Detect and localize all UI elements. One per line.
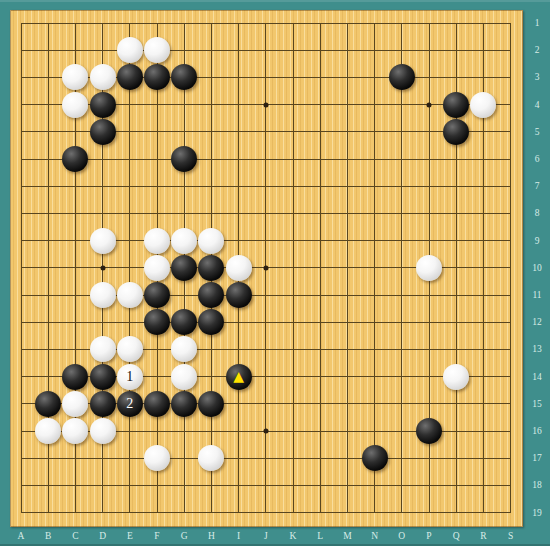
grid-line-vertical xyxy=(293,23,294,514)
black-stone xyxy=(171,391,197,417)
white-stone xyxy=(35,418,61,444)
hoshi-point xyxy=(100,265,105,270)
row-label: 9 xyxy=(535,236,540,246)
grid-line-horizontal xyxy=(21,485,512,486)
row-label: 19 xyxy=(532,508,542,518)
column-label: B xyxy=(45,531,51,541)
column-label: A xyxy=(18,531,25,541)
black-stone xyxy=(144,282,170,308)
column-label: M xyxy=(343,531,351,541)
row-label: 17 xyxy=(532,453,542,463)
white-stone xyxy=(443,364,469,390)
black-stone xyxy=(443,119,469,145)
move-number-label: 1 xyxy=(126,370,133,384)
row-label: 8 xyxy=(535,208,540,218)
goban-frame: 1▲2 ABCDEFGHIJKLMNOPQRS 1234567891011121… xyxy=(0,0,550,546)
row-label: 15 xyxy=(532,399,542,409)
hoshi-point xyxy=(263,265,268,270)
column-label: C xyxy=(72,531,78,541)
triangle-mark-icon: ▲ xyxy=(233,369,244,383)
white-stone xyxy=(171,336,197,362)
white-stone xyxy=(90,228,116,254)
move-number-label: 2 xyxy=(126,397,133,411)
grid-line-vertical xyxy=(320,23,321,514)
go-board[interactable]: 1▲2 xyxy=(0,0,550,546)
black-stone xyxy=(90,391,116,417)
black-stone xyxy=(35,391,61,417)
black-stone xyxy=(144,64,170,90)
row-label: 2 xyxy=(535,45,540,55)
white-stone xyxy=(171,228,197,254)
row-label: 18 xyxy=(532,480,542,490)
black-stone xyxy=(171,309,197,335)
white-stone xyxy=(62,64,88,90)
white-stone xyxy=(416,255,442,281)
column-label: F xyxy=(154,531,159,541)
row-label: 11 xyxy=(532,290,541,300)
column-label: L xyxy=(317,531,323,541)
black-stone xyxy=(171,255,197,281)
hoshi-point xyxy=(263,429,268,434)
row-label: 16 xyxy=(532,426,542,436)
row-label: 7 xyxy=(535,181,540,191)
column-label: J xyxy=(264,531,268,541)
black-stone xyxy=(198,309,224,335)
white-stone xyxy=(117,282,143,308)
hoshi-point xyxy=(263,102,268,107)
black-stone: ▲ xyxy=(226,364,252,390)
black-stone xyxy=(416,418,442,444)
hoshi-point xyxy=(427,102,432,107)
row-label: 1 xyxy=(535,18,540,28)
white-stone xyxy=(90,282,116,308)
black-stone xyxy=(144,391,170,417)
black-stone xyxy=(171,64,197,90)
white-stone: 1 xyxy=(117,364,143,390)
column-label: O xyxy=(398,531,405,541)
white-stone xyxy=(62,418,88,444)
black-stone xyxy=(389,64,415,90)
white-stone xyxy=(62,92,88,118)
black-stone xyxy=(62,146,88,172)
row-label: 14 xyxy=(532,372,542,382)
black-stone xyxy=(117,64,143,90)
white-stone xyxy=(144,228,170,254)
column-label: K xyxy=(290,531,297,541)
column-label: P xyxy=(426,531,431,541)
column-label: G xyxy=(181,531,188,541)
white-stone xyxy=(90,64,116,90)
column-label: S xyxy=(508,531,513,541)
black-stone xyxy=(90,119,116,145)
black-stone xyxy=(62,364,88,390)
white-stone xyxy=(144,255,170,281)
white-stone xyxy=(198,228,224,254)
white-stone xyxy=(90,418,116,444)
row-label: 10 xyxy=(532,263,542,273)
row-label: 13 xyxy=(532,344,542,354)
grid-line-horizontal xyxy=(21,458,512,459)
black-stone xyxy=(443,92,469,118)
column-label: Q xyxy=(453,531,460,541)
black-stone xyxy=(198,255,224,281)
black-stone xyxy=(90,92,116,118)
black-stone xyxy=(362,445,388,471)
black-stone xyxy=(198,391,224,417)
white-stone xyxy=(144,37,170,63)
black-stone xyxy=(144,309,170,335)
grid-line-vertical xyxy=(401,23,402,514)
black-stone xyxy=(90,364,116,390)
grid-line-vertical xyxy=(347,23,348,514)
white-stone xyxy=(62,391,88,417)
column-label: N xyxy=(371,531,378,541)
column-label: H xyxy=(208,531,215,541)
grid-line-horizontal xyxy=(21,322,512,323)
row-label: 12 xyxy=(532,317,542,327)
column-label: R xyxy=(480,531,486,541)
column-label: I xyxy=(237,531,240,541)
black-stone xyxy=(226,282,252,308)
grid-line-vertical xyxy=(374,23,375,514)
white-stone xyxy=(226,255,252,281)
white-stone xyxy=(117,336,143,362)
white-stone xyxy=(144,445,170,471)
white-stone xyxy=(90,336,116,362)
white-stone xyxy=(198,445,224,471)
row-label: 6 xyxy=(535,154,540,164)
column-label: D xyxy=(99,531,106,541)
white-stone xyxy=(117,37,143,63)
row-label: 4 xyxy=(535,100,540,110)
grid-line-vertical xyxy=(510,23,511,514)
row-label: 5 xyxy=(535,127,540,137)
grid-line-horizontal xyxy=(21,512,512,513)
column-label: E xyxy=(127,531,133,541)
white-stone xyxy=(470,92,496,118)
row-label: 3 xyxy=(535,72,540,82)
white-stone xyxy=(171,364,197,390)
black-stone xyxy=(171,146,197,172)
black-stone xyxy=(198,282,224,308)
black-stone: 2 xyxy=(117,391,143,417)
